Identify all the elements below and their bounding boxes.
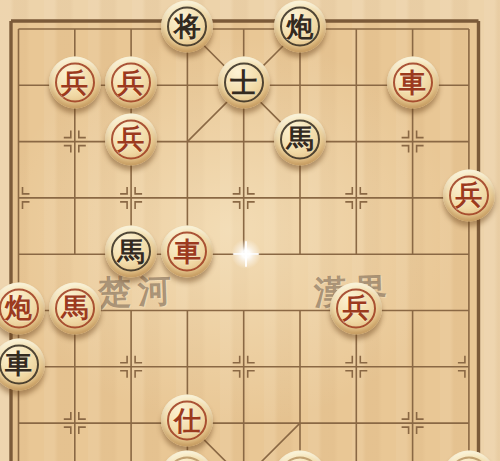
piece-black-horse[interactable]: 馬 [105,226,157,278]
piece-red-cannon[interactable]: 炮 [0,282,45,334]
piece-character: 炮 [0,282,45,334]
piece-red-chariot[interactable]: 車 [161,226,213,278]
piece-character: 士 [218,57,270,109]
piece-red-chariot[interactable]: 車 [387,57,439,109]
piece-character: 炮 [274,0,326,52]
piece-unknown-partial[interactable] [161,451,213,461]
piece-character: 車 [0,338,45,390]
piece-black-advisor[interactable]: 士 [218,57,270,109]
piece-black-cannon[interactable]: 炮 [274,0,326,52]
piece-character [161,451,213,461]
piece-unknown-partial[interactable] [443,451,495,461]
piece-character: 仕 [161,394,213,446]
piece-black-horse[interactable]: 馬 [274,113,326,165]
piece-character: 馬 [105,226,157,278]
xiangqi-board[interactable]: 楚河 漢界 将炮兵兵士車兵馬兵馬車炮馬兵車仕 [0,0,500,461]
piece-character [274,451,326,461]
piece-red-advisor[interactable]: 仕 [161,394,213,446]
piece-character: 兵 [330,282,382,334]
piece-red-horse[interactable]: 馬 [49,282,101,334]
piece-character: 将 [161,0,213,52]
piece-character [443,451,495,461]
piece-character: 兵 [105,57,157,109]
piece-character: 兵 [105,113,157,165]
piece-character: 兵 [49,57,101,109]
piece-character: 馬 [49,282,101,334]
piece-character: 車 [161,226,213,278]
piece-character: 車 [387,57,439,109]
piece-red-soldier[interactable]: 兵 [330,282,382,334]
piece-red-soldier[interactable]: 兵 [105,57,157,109]
piece-character: 兵 [443,169,495,221]
piece-unknown-partial[interactable] [274,451,326,461]
piece-red-soldier[interactable]: 兵 [443,169,495,221]
piece-character: 馬 [274,113,326,165]
piece-black-chariot[interactable]: 車 [0,338,45,390]
piece-black-general[interactable]: 将 [161,0,213,52]
piece-red-soldier[interactable]: 兵 [49,57,101,109]
piece-red-soldier[interactable]: 兵 [105,113,157,165]
